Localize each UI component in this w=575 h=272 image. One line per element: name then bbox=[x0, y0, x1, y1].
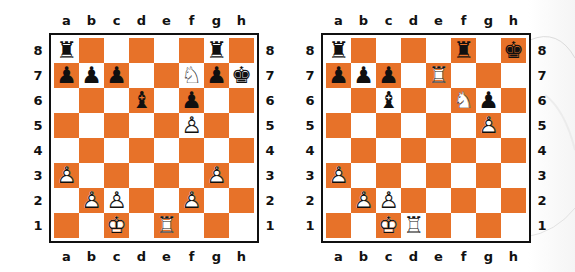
square-c6[interactable] bbox=[104, 88, 129, 113]
square-d3[interactable] bbox=[129, 163, 154, 188]
square-h6[interactable] bbox=[229, 88, 254, 113]
file-label-d: d bbox=[401, 7, 426, 33]
square-g6[interactable]: ♟ bbox=[476, 88, 501, 113]
square-g8[interactable] bbox=[476, 38, 501, 63]
square-d5[interactable] bbox=[401, 113, 426, 138]
black-pawn: ♟ bbox=[179, 88, 204, 113]
square-e3[interactable] bbox=[426, 163, 451, 188]
square-b7[interactable]: ♟ bbox=[351, 63, 376, 88]
file-label-e: e bbox=[154, 243, 179, 269]
rank-label-1: 1 bbox=[27, 213, 49, 238]
square-e1[interactable] bbox=[426, 213, 451, 238]
square-h8[interactable]: ♚ bbox=[501, 38, 526, 63]
rank-label-7: 7 bbox=[531, 63, 553, 88]
square-h6[interactable] bbox=[501, 88, 526, 113]
square-g6[interactable] bbox=[204, 88, 229, 113]
rank-labels-right: 87654321 bbox=[259, 33, 281, 243]
black-rook: ♜ bbox=[451, 38, 476, 63]
square-f2[interactable]: ♟♙ bbox=[179, 188, 204, 213]
file-label-g: g bbox=[204, 243, 229, 269]
black-pawn: ♟ bbox=[351, 63, 376, 88]
square-c8[interactable] bbox=[104, 38, 129, 63]
square-a3[interactable]: ♟♙ bbox=[326, 163, 351, 188]
square-f3[interactable] bbox=[179, 163, 204, 188]
square-h7[interactable] bbox=[501, 63, 526, 88]
black-rook: ♜ bbox=[54, 38, 79, 63]
square-f5[interactable] bbox=[451, 113, 476, 138]
square-b7[interactable]: ♟ bbox=[79, 63, 104, 88]
rank-label-3: 3 bbox=[299, 163, 321, 188]
rank-label-1: 1 bbox=[299, 213, 321, 238]
rank-label-2: 2 bbox=[259, 188, 281, 213]
rank-label-5: 5 bbox=[299, 113, 321, 138]
file-label-d: d bbox=[129, 7, 154, 33]
file-labels-top: abcdefgh bbox=[321, 7, 531, 33]
white-rook: ♖ bbox=[154, 213, 179, 238]
square-d2[interactable] bbox=[129, 188, 154, 213]
square-f4[interactable] bbox=[179, 138, 204, 163]
square-b2[interactable]: ♟♙ bbox=[79, 188, 104, 213]
square-b1[interactable] bbox=[351, 213, 376, 238]
rank-label-4: 4 bbox=[27, 138, 49, 163]
black-pawn: ♟ bbox=[54, 63, 79, 88]
square-e3[interactable] bbox=[154, 163, 179, 188]
black-bishop: ♝ bbox=[376, 88, 401, 113]
square-b8[interactable] bbox=[351, 38, 376, 63]
file-label-a: a bbox=[54, 7, 79, 33]
square-a1[interactable] bbox=[54, 213, 79, 238]
square-c1[interactable]: ♚♔ bbox=[376, 213, 401, 238]
file-label-a: a bbox=[326, 243, 351, 269]
square-f7[interactable]: ♞♘ bbox=[179, 63, 204, 88]
rank-label-8: 8 bbox=[259, 38, 281, 63]
file-label-g: g bbox=[476, 243, 501, 269]
black-pawn: ♟ bbox=[79, 63, 104, 88]
file-label-f: f bbox=[451, 243, 476, 269]
square-g3[interactable] bbox=[476, 163, 501, 188]
file-label-h: h bbox=[229, 7, 254, 33]
square-g5[interactable] bbox=[204, 113, 229, 138]
square-f6[interactable]: ♞♘ bbox=[451, 88, 476, 113]
square-b4[interactable] bbox=[351, 138, 376, 163]
square-a4[interactable] bbox=[326, 138, 351, 163]
square-g2[interactable] bbox=[204, 188, 229, 213]
square-g4[interactable] bbox=[204, 138, 229, 163]
black-king: ♚ bbox=[229, 63, 254, 88]
square-g7[interactable] bbox=[476, 63, 501, 88]
square-f4[interactable] bbox=[451, 138, 476, 163]
square-d4[interactable] bbox=[129, 138, 154, 163]
file-label-g: g bbox=[204, 7, 229, 33]
square-f1[interactable] bbox=[451, 213, 476, 238]
white-knight: ♘ bbox=[451, 88, 476, 113]
black-pawn: ♟ bbox=[104, 63, 129, 88]
square-f6[interactable]: ♟ bbox=[179, 88, 204, 113]
square-h3[interactable] bbox=[501, 163, 526, 188]
square-a4[interactable] bbox=[54, 138, 79, 163]
square-g3[interactable]: ♟♙ bbox=[204, 163, 229, 188]
square-a5[interactable] bbox=[54, 113, 79, 138]
rank-label-6: 6 bbox=[259, 88, 281, 113]
rank-label-3: 3 bbox=[259, 163, 281, 188]
black-pawn: ♟ bbox=[204, 63, 229, 88]
file-labels-top: abcdefgh bbox=[49, 7, 259, 33]
square-h7[interactable]: ♚ bbox=[229, 63, 254, 88]
black-pawn: ♟ bbox=[376, 63, 401, 88]
white-pawn: ♙ bbox=[476, 113, 501, 138]
white-rook: ♖ bbox=[426, 63, 451, 88]
white-pawn: ♙ bbox=[351, 188, 376, 213]
rank-label-7: 7 bbox=[259, 63, 281, 88]
chess-diagram-left: abcdefgh 87654321 ♜♜♟♟♟♞♘♟♚♝♟♟♙♟♙♟♙♟♙♟♙♟… bbox=[27, 7, 281, 269]
square-e8[interactable] bbox=[154, 38, 179, 63]
square-e6[interactable] bbox=[426, 88, 451, 113]
square-b6[interactable] bbox=[351, 88, 376, 113]
black-rook: ♜ bbox=[326, 38, 351, 63]
file-label-e: e bbox=[154, 7, 179, 33]
file-label-b: b bbox=[79, 243, 104, 269]
file-labels-bottom: abcdefgh bbox=[49, 243, 259, 269]
square-b4[interactable] bbox=[79, 138, 104, 163]
rank-label-6: 6 bbox=[27, 88, 49, 113]
square-h3[interactable] bbox=[229, 163, 254, 188]
square-f5[interactable]: ♟♙ bbox=[179, 113, 204, 138]
black-pawn: ♟ bbox=[326, 63, 351, 88]
rank-label-6: 6 bbox=[531, 88, 553, 113]
square-h5[interactable] bbox=[501, 113, 526, 138]
square-d1[interactable]: ♜♖ bbox=[401, 213, 426, 238]
square-c7[interactable]: ♟ bbox=[104, 63, 129, 88]
square-b3[interactable] bbox=[351, 163, 376, 188]
square-f8[interactable] bbox=[179, 38, 204, 63]
file-label-f: f bbox=[179, 243, 204, 269]
white-pawn: ♙ bbox=[376, 188, 401, 213]
square-c4[interactable] bbox=[376, 138, 401, 163]
file-label-a: a bbox=[326, 7, 351, 33]
square-b5[interactable] bbox=[79, 113, 104, 138]
rank-label-4: 4 bbox=[259, 138, 281, 163]
chess-diagram-right: abcdefgh 87654321 ♜♜♚♟♟♟♜♖♝♞♘♟♟♙♟♙♟♙♟♙♚♔… bbox=[299, 7, 553, 269]
rank-label-7: 7 bbox=[27, 63, 49, 88]
rank-label-7: 7 bbox=[299, 63, 321, 88]
square-a1[interactable] bbox=[326, 213, 351, 238]
square-a3[interactable]: ♟♙ bbox=[54, 163, 79, 188]
white-king: ♔ bbox=[104, 213, 129, 238]
white-knight: ♘ bbox=[179, 63, 204, 88]
square-c5[interactable] bbox=[376, 113, 401, 138]
file-label-f: f bbox=[179, 7, 204, 33]
square-d6[interactable]: ♝ bbox=[129, 88, 154, 113]
file-label-f: f bbox=[451, 7, 476, 33]
rank-label-8: 8 bbox=[27, 38, 49, 63]
file-label-h: h bbox=[501, 7, 526, 33]
white-pawn: ♙ bbox=[204, 163, 229, 188]
square-a2[interactable] bbox=[54, 188, 79, 213]
square-d6[interactable] bbox=[401, 88, 426, 113]
square-c2[interactable]: ♟♙ bbox=[376, 188, 401, 213]
white-pawn: ♙ bbox=[179, 188, 204, 213]
square-b3[interactable] bbox=[79, 163, 104, 188]
square-d7[interactable] bbox=[129, 63, 154, 88]
square-d3[interactable] bbox=[401, 163, 426, 188]
square-b2[interactable]: ♟♙ bbox=[351, 188, 376, 213]
rank-labels-left: 87654321 bbox=[27, 33, 49, 243]
square-e7[interactable] bbox=[154, 63, 179, 88]
square-f3[interactable] bbox=[451, 163, 476, 188]
square-c3[interactable] bbox=[104, 163, 129, 188]
square-e5[interactable] bbox=[154, 113, 179, 138]
board-squares: ♜♜♟♟♟♞♘♟♚♝♟♟♙♟♙♟♙♟♙♟♙♟♙♚♔♜♖ bbox=[54, 38, 254, 238]
square-a6[interactable] bbox=[326, 88, 351, 113]
square-d2[interactable] bbox=[401, 188, 426, 213]
square-d8[interactable] bbox=[401, 38, 426, 63]
black-bishop: ♝ bbox=[129, 88, 154, 113]
file-label-d: d bbox=[129, 243, 154, 269]
square-a8[interactable]: ♜ bbox=[54, 38, 79, 63]
rank-label-2: 2 bbox=[27, 188, 49, 213]
square-g4[interactable] bbox=[476, 138, 501, 163]
file-label-b: b bbox=[351, 7, 376, 33]
file-label-c: c bbox=[376, 7, 401, 33]
white-pawn: ♙ bbox=[326, 163, 351, 188]
square-e7[interactable]: ♜♖ bbox=[426, 63, 451, 88]
square-g1[interactable] bbox=[476, 213, 501, 238]
board-frame: ♜♜♚♟♟♟♜♖♝♞♘♟♟♙♟♙♟♙♟♙♚♔♜♖ bbox=[321, 33, 531, 243]
square-b6[interactable] bbox=[79, 88, 104, 113]
file-label-g: g bbox=[476, 7, 501, 33]
square-d8[interactable] bbox=[129, 38, 154, 63]
square-d7[interactable] bbox=[401, 63, 426, 88]
white-pawn: ♙ bbox=[104, 188, 129, 213]
white-pawn: ♙ bbox=[54, 163, 79, 188]
file-label-d: d bbox=[401, 243, 426, 269]
square-h4[interactable] bbox=[501, 138, 526, 163]
square-f7[interactable] bbox=[451, 63, 476, 88]
square-h1[interactable] bbox=[501, 213, 526, 238]
white-king: ♔ bbox=[376, 213, 401, 238]
rank-label-5: 5 bbox=[27, 113, 49, 138]
square-h2[interactable] bbox=[229, 188, 254, 213]
square-g8[interactable]: ♜ bbox=[204, 38, 229, 63]
rank-label-2: 2 bbox=[299, 188, 321, 213]
square-a7[interactable]: ♟ bbox=[326, 63, 351, 88]
square-h8[interactable] bbox=[229, 38, 254, 63]
board-frame: ♜♜♟♟♟♞♘♟♚♝♟♟♙♟♙♟♙♟♙♟♙♟♙♚♔♜♖ bbox=[49, 33, 259, 243]
square-g5[interactable]: ♟♙ bbox=[476, 113, 501, 138]
file-label-c: c bbox=[376, 243, 401, 269]
file-label-c: c bbox=[104, 7, 129, 33]
square-h5[interactable] bbox=[229, 113, 254, 138]
square-f1[interactable] bbox=[179, 213, 204, 238]
rank-label-8: 8 bbox=[531, 38, 553, 63]
file-label-a: a bbox=[54, 243, 79, 269]
square-d4[interactable] bbox=[401, 138, 426, 163]
board-squares: ♜♜♚♟♟♟♜♖♝♞♘♟♟♙♟♙♟♙♟♙♚♔♜♖ bbox=[326, 38, 526, 238]
file-label-b: b bbox=[79, 7, 104, 33]
square-c8[interactable] bbox=[376, 38, 401, 63]
square-f8[interactable]: ♜ bbox=[451, 38, 476, 63]
rank-label-6: 6 bbox=[299, 88, 321, 113]
square-c5[interactable] bbox=[104, 113, 129, 138]
square-h4[interactable] bbox=[229, 138, 254, 163]
file-label-e: e bbox=[426, 7, 451, 33]
square-e8[interactable] bbox=[426, 38, 451, 63]
square-g7[interactable]: ♟ bbox=[204, 63, 229, 88]
rank-label-4: 4 bbox=[299, 138, 321, 163]
square-a2[interactable] bbox=[326, 188, 351, 213]
square-g1[interactable] bbox=[204, 213, 229, 238]
square-a7[interactable]: ♟ bbox=[54, 63, 79, 88]
rank-label-3: 3 bbox=[531, 163, 553, 188]
square-d1[interactable] bbox=[129, 213, 154, 238]
file-label-b: b bbox=[351, 243, 376, 269]
rank-label-1: 1 bbox=[531, 213, 553, 238]
file-labels-bottom: abcdefgh bbox=[321, 243, 531, 269]
rank-label-8: 8 bbox=[299, 38, 321, 63]
rank-label-5: 5 bbox=[259, 113, 281, 138]
square-h2[interactable] bbox=[501, 188, 526, 213]
rank-label-1: 1 bbox=[259, 213, 281, 238]
square-c2[interactable]: ♟♙ bbox=[104, 188, 129, 213]
white-rook: ♖ bbox=[401, 213, 426, 238]
square-h1[interactable] bbox=[229, 213, 254, 238]
square-e2[interactable] bbox=[426, 188, 451, 213]
square-g2[interactable] bbox=[476, 188, 501, 213]
black-king: ♚ bbox=[501, 38, 526, 63]
square-c1[interactable]: ♚♔ bbox=[104, 213, 129, 238]
square-a6[interactable] bbox=[54, 88, 79, 113]
square-d5[interactable] bbox=[129, 113, 154, 138]
black-rook: ♜ bbox=[204, 38, 229, 63]
black-pawn: ♟ bbox=[476, 88, 501, 113]
square-e2[interactable] bbox=[154, 188, 179, 213]
white-pawn: ♙ bbox=[179, 113, 204, 138]
file-label-c: c bbox=[104, 243, 129, 269]
square-c4[interactable] bbox=[104, 138, 129, 163]
square-c7[interactable]: ♟ bbox=[376, 63, 401, 88]
square-e1[interactable]: ♜♖ bbox=[154, 213, 179, 238]
white-pawn: ♙ bbox=[79, 188, 104, 213]
square-c3[interactable] bbox=[376, 163, 401, 188]
file-label-h: h bbox=[229, 243, 254, 269]
square-e4[interactable] bbox=[426, 138, 451, 163]
rank-label-3: 3 bbox=[27, 163, 49, 188]
square-c6[interactable]: ♝ bbox=[376, 88, 401, 113]
rank-label-2: 2 bbox=[531, 188, 553, 213]
file-label-e: e bbox=[426, 243, 451, 269]
square-b1[interactable] bbox=[79, 213, 104, 238]
rank-labels-right: 87654321 bbox=[531, 33, 553, 243]
rank-label-5: 5 bbox=[531, 113, 553, 138]
square-e4[interactable] bbox=[154, 138, 179, 163]
square-a8[interactable]: ♜ bbox=[326, 38, 351, 63]
rank-labels-left: 87654321 bbox=[299, 33, 321, 243]
square-e6[interactable] bbox=[154, 88, 179, 113]
square-e5[interactable] bbox=[426, 113, 451, 138]
square-f2[interactable] bbox=[451, 188, 476, 213]
square-a5[interactable] bbox=[326, 113, 351, 138]
file-label-h: h bbox=[501, 243, 526, 269]
rank-label-4: 4 bbox=[531, 138, 553, 163]
square-b5[interactable] bbox=[351, 113, 376, 138]
square-b8[interactable] bbox=[79, 38, 104, 63]
